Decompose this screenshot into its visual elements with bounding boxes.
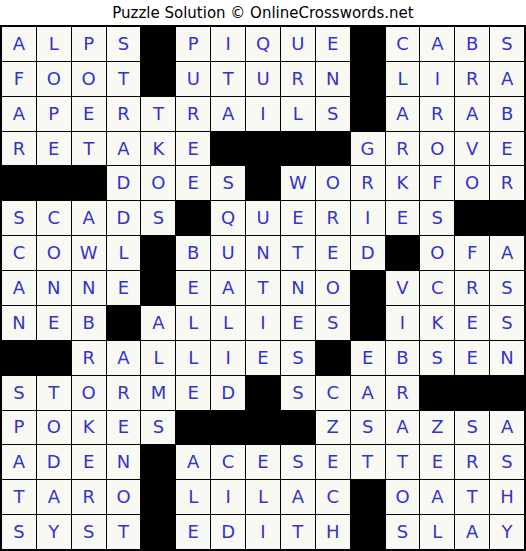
block-cell-r4c7 xyxy=(211,132,245,166)
cell-r3c15: B xyxy=(490,97,524,131)
cell-r9c6: L xyxy=(176,306,210,340)
cell-r7c4: L xyxy=(107,236,141,270)
cell-r2c7: T xyxy=(211,62,245,96)
cell-r13c4: N xyxy=(107,445,141,479)
cell-r14c15: H xyxy=(490,480,524,514)
cell-r5c14: O xyxy=(455,166,489,200)
cell-r9c12: I xyxy=(386,306,420,340)
cell-r2c3: O xyxy=(72,62,106,96)
cell-r1c1: A xyxy=(2,27,36,61)
cell-r3c12: A xyxy=(386,97,420,131)
cell-r8c4: E xyxy=(107,271,141,305)
cell-r13c10: E xyxy=(316,445,350,479)
cell-r15c7: D xyxy=(211,515,245,549)
block-cell-r9c11 xyxy=(351,306,385,340)
cell-r10c15: N xyxy=(490,341,524,375)
cell-r10c4: A xyxy=(107,341,141,375)
block-cell-r6c14 xyxy=(455,201,489,235)
cell-r6c10: R xyxy=(316,201,350,235)
cell-r10c5: L xyxy=(141,341,175,375)
block-cell-r6c15 xyxy=(490,201,524,235)
cell-r7c7: U xyxy=(211,236,245,270)
cell-r5c4: D xyxy=(107,166,141,200)
cell-r6c11: I xyxy=(351,201,385,235)
cell-r8c7: A xyxy=(211,271,245,305)
cell-r10c9: S xyxy=(281,341,315,375)
cell-r2c9: R xyxy=(281,62,315,96)
block-cell-r13c5 xyxy=(141,445,175,479)
cell-r15c8: I xyxy=(246,515,280,549)
cell-r8c3: N xyxy=(72,271,106,305)
cell-r7c8: N xyxy=(246,236,280,270)
cell-r3c9: L xyxy=(281,97,315,131)
cell-r14c3: R xyxy=(72,480,106,514)
cell-r14c8: L xyxy=(246,480,280,514)
block-cell-r15c5 xyxy=(141,515,175,549)
crossword-grid: ALPSPIQUECABSFOOTUTURNLIRAAPERTRAILSARAB… xyxy=(0,25,526,551)
cell-r14c6: L xyxy=(176,480,210,514)
block-cell-r14c5 xyxy=(141,480,175,514)
block-cell-r2c11 xyxy=(351,62,385,96)
block-cell-r1c11 xyxy=(351,27,385,61)
block-cell-r11c14 xyxy=(455,376,489,410)
cell-r1c6: P xyxy=(176,27,210,61)
cell-r8c14: R xyxy=(455,271,489,305)
cell-r8c15: S xyxy=(490,271,524,305)
cell-r13c8: E xyxy=(246,445,280,479)
cell-r2c6: U xyxy=(176,62,210,96)
block-cell-r5c2 xyxy=(37,166,71,200)
block-cell-r8c5 xyxy=(141,271,175,305)
cell-r5c7: S xyxy=(211,166,245,200)
cell-r4c12: R xyxy=(386,132,420,166)
cell-r1c8: Q xyxy=(246,27,280,61)
cell-r14c1: T xyxy=(2,480,36,514)
cell-r8c10: O xyxy=(316,271,350,305)
cell-r12c5: S xyxy=(141,411,175,445)
block-cell-r5c3 xyxy=(72,166,106,200)
cell-r2c1: F xyxy=(2,62,36,96)
cell-r14c4: O xyxy=(107,480,141,514)
cell-r10c3: R xyxy=(72,341,106,375)
cell-r4c14: V xyxy=(455,132,489,166)
block-cell-r7c12 xyxy=(386,236,420,270)
cell-r3c7: A xyxy=(211,97,245,131)
block-cell-r3c11 xyxy=(351,97,385,131)
cell-r5c9: W xyxy=(281,166,315,200)
block-cell-r12c8 xyxy=(246,411,280,445)
cell-r5c10: O xyxy=(316,166,350,200)
cell-r6c2: C xyxy=(37,201,71,235)
cell-r12c13: Z xyxy=(420,411,454,445)
cell-r14c14: T xyxy=(455,480,489,514)
cell-r9c2: E xyxy=(37,306,71,340)
cell-r8c8: T xyxy=(246,271,280,305)
cell-r10c12: B xyxy=(386,341,420,375)
cell-r3c4: R xyxy=(107,97,141,131)
cell-r7c13: O xyxy=(420,236,454,270)
cell-r12c3: K xyxy=(72,411,106,445)
block-cell-r11c8 xyxy=(246,376,280,410)
cell-r1c2: L xyxy=(37,27,71,61)
cell-r8c2: N xyxy=(37,271,71,305)
cell-r8c13: C xyxy=(420,271,454,305)
cell-r13c14: R xyxy=(455,445,489,479)
cell-r10c7: I xyxy=(211,341,245,375)
cell-r14c7: I xyxy=(211,480,245,514)
cell-r6c8: U xyxy=(246,201,280,235)
cell-r13c11: T xyxy=(351,445,385,479)
cell-r11c2: T xyxy=(37,376,71,410)
block-cell-r5c1 xyxy=(2,166,36,200)
block-cell-r10c1 xyxy=(2,341,36,375)
cell-r12c12: A xyxy=(386,411,420,445)
cell-r9c7: L xyxy=(211,306,245,340)
cell-r5c6: E xyxy=(176,166,210,200)
cell-r6c5: S xyxy=(141,201,175,235)
cell-r10c6: L xyxy=(176,341,210,375)
cell-r1c9: U xyxy=(281,27,315,61)
cell-r15c1: S xyxy=(2,515,36,549)
cell-r13c1: A xyxy=(2,445,36,479)
cell-r13c7: C xyxy=(211,445,245,479)
cell-r8c9: N xyxy=(281,271,315,305)
cell-r15c15: Y xyxy=(490,515,524,549)
cell-r13c15: S xyxy=(490,445,524,479)
block-cell-r11c13 xyxy=(420,376,454,410)
cell-r15c2: Y xyxy=(37,515,71,549)
cell-r2c13: I xyxy=(420,62,454,96)
cell-r14c2: A xyxy=(37,480,71,514)
cell-r4c5: K xyxy=(141,132,175,166)
block-cell-r10c2 xyxy=(37,341,71,375)
cell-r4c3: T xyxy=(72,132,106,166)
cell-r13c9: S xyxy=(281,445,315,479)
cell-r3c13: R xyxy=(420,97,454,131)
cell-r12c2: O xyxy=(37,411,71,445)
cell-r4c4: A xyxy=(107,132,141,166)
puzzle-solution-page: Puzzle Solution © OnlineCrosswords.net A… xyxy=(0,0,526,551)
cell-r5c13: F xyxy=(420,166,454,200)
block-cell-r2c5 xyxy=(141,62,175,96)
block-cell-r12c6 xyxy=(176,411,210,445)
block-cell-r4c8 xyxy=(246,132,280,166)
cell-r1c15: S xyxy=(490,27,524,61)
cell-r2c14: R xyxy=(455,62,489,96)
cell-r15c9: T xyxy=(281,515,315,549)
cell-r2c2: O xyxy=(37,62,71,96)
cell-r3c3: E xyxy=(72,97,106,131)
cell-r1c4: S xyxy=(107,27,141,61)
block-cell-r11c15 xyxy=(490,376,524,410)
cell-r9c14: E xyxy=(455,306,489,340)
cell-r2c10: N xyxy=(316,62,350,96)
cell-r4c15: E xyxy=(490,132,524,166)
cell-r4c6: E xyxy=(176,132,210,166)
cell-r6c4: D xyxy=(107,201,141,235)
cell-r6c1: S xyxy=(2,201,36,235)
cell-r1c14: B xyxy=(455,27,489,61)
block-cell-r12c7 xyxy=(211,411,245,445)
page-title: Puzzle Solution © OnlineCrosswords.net xyxy=(112,4,413,22)
cell-r9c13: K xyxy=(420,306,454,340)
cell-r12c1: P xyxy=(2,411,36,445)
cell-r10c8: E xyxy=(246,341,280,375)
cell-r1c10: E xyxy=(316,27,350,61)
cell-r14c9: A xyxy=(281,480,315,514)
cell-r15c12: S xyxy=(386,515,420,549)
cell-r12c11: S xyxy=(351,411,385,445)
cell-r9c5: A xyxy=(141,306,175,340)
cell-r3c14: A xyxy=(455,97,489,131)
cell-r9c9: E xyxy=(281,306,315,340)
cell-r5c5: O xyxy=(141,166,175,200)
cell-r15c10: H xyxy=(316,515,350,549)
cell-r2c15: A xyxy=(490,62,524,96)
cell-r7c3: W xyxy=(72,236,106,270)
cell-r4c11: G xyxy=(351,132,385,166)
cell-r7c6: B xyxy=(176,236,210,270)
block-cell-r7c5 xyxy=(141,236,175,270)
block-cell-r8c11 xyxy=(351,271,385,305)
cell-r6c7: Q xyxy=(211,201,245,235)
cell-r3c10: S xyxy=(316,97,350,131)
cell-r3c2: P xyxy=(37,97,71,131)
cell-r11c7: D xyxy=(211,376,245,410)
cell-r5c11: R xyxy=(351,166,385,200)
cell-r4c2: E xyxy=(37,132,71,166)
cell-r13c13: E xyxy=(420,445,454,479)
cell-r13c6: A xyxy=(176,445,210,479)
cell-r11c5: M xyxy=(141,376,175,410)
cell-r9c3: B xyxy=(72,306,106,340)
cell-r15c6: E xyxy=(176,515,210,549)
cell-r14c12: O xyxy=(386,480,420,514)
block-cell-r12c9 xyxy=(281,411,315,445)
cell-r11c3: O xyxy=(72,376,106,410)
cell-r15c4: T xyxy=(107,515,141,549)
cell-r8c12: V xyxy=(386,271,420,305)
cell-r9c15: S xyxy=(490,306,524,340)
block-cell-r6c6 xyxy=(176,201,210,235)
cell-r4c13: O xyxy=(420,132,454,166)
cell-r6c3: A xyxy=(72,201,106,235)
cell-r15c14: A xyxy=(455,515,489,549)
cell-r12c15: A xyxy=(490,411,524,445)
cell-r15c13: L xyxy=(420,515,454,549)
cell-r1c12: C xyxy=(386,27,420,61)
cell-r11c4: R xyxy=(107,376,141,410)
block-cell-r9c4 xyxy=(107,306,141,340)
cell-r8c6: E xyxy=(176,271,210,305)
block-cell-r4c9 xyxy=(281,132,315,166)
cell-r11c1: S xyxy=(2,376,36,410)
cell-r4c1: R xyxy=(2,132,36,166)
cell-r11c12: R xyxy=(386,376,420,410)
cell-r1c3: P xyxy=(72,27,106,61)
cell-r10c11: E xyxy=(351,341,385,375)
block-cell-r14c11 xyxy=(351,480,385,514)
cell-r1c7: I xyxy=(211,27,245,61)
cell-r7c11: D xyxy=(351,236,385,270)
cell-r9c10: S xyxy=(316,306,350,340)
cell-r13c3: E xyxy=(72,445,106,479)
cell-r1c13: A xyxy=(420,27,454,61)
cell-r7c9: T xyxy=(281,236,315,270)
block-cell-r1c5 xyxy=(141,27,175,61)
cell-r11c9: S xyxy=(281,376,315,410)
cell-r3c1: A xyxy=(2,97,36,131)
cell-r6c13: S xyxy=(420,201,454,235)
cell-r11c11: A xyxy=(351,376,385,410)
cell-r7c1: C xyxy=(2,236,36,270)
block-cell-r10c10 xyxy=(316,341,350,375)
cell-r9c1: N xyxy=(2,306,36,340)
title-bar: Puzzle Solution © OnlineCrosswords.net xyxy=(0,0,526,25)
cell-r12c10: Z xyxy=(316,411,350,445)
cell-r8c1: A xyxy=(2,271,36,305)
cell-r11c10: C xyxy=(316,376,350,410)
cell-r3c8: I xyxy=(246,97,280,131)
cell-r10c13: S xyxy=(420,341,454,375)
cell-r3c6: R xyxy=(176,97,210,131)
cell-r7c15: A xyxy=(490,236,524,270)
cell-r11c6: E xyxy=(176,376,210,410)
cell-r7c10: E xyxy=(316,236,350,270)
cell-r6c9: E xyxy=(281,201,315,235)
cell-r5c12: K xyxy=(386,166,420,200)
cell-r12c14: S xyxy=(455,411,489,445)
cell-r2c4: T xyxy=(107,62,141,96)
cell-r12c4: E xyxy=(107,411,141,445)
cell-r13c2: D xyxy=(37,445,71,479)
cell-r14c13: A xyxy=(420,480,454,514)
block-cell-r4c10 xyxy=(316,132,350,166)
cell-r6c12: E xyxy=(386,201,420,235)
cell-r3c5: T xyxy=(141,97,175,131)
cell-r5c15: R xyxy=(490,166,524,200)
cell-r15c3: S xyxy=(72,515,106,549)
block-cell-r15c11 xyxy=(351,515,385,549)
cell-r13c12: T xyxy=(386,445,420,479)
cell-r2c8: U xyxy=(246,62,280,96)
cell-r7c14: F xyxy=(455,236,489,270)
block-cell-r5c8 xyxy=(246,166,280,200)
cell-r14c10: C xyxy=(316,480,350,514)
cell-r2c12: L xyxy=(386,62,420,96)
cell-r9c8: I xyxy=(246,306,280,340)
cell-r7c2: O xyxy=(37,236,71,270)
cell-r10c14: E xyxy=(455,341,489,375)
